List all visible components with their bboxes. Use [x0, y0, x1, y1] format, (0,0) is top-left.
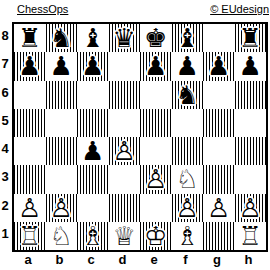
square-g7[interactable]: ♟♟ [203, 52, 235, 80]
piece-glyph: ♖ [14, 222, 46, 250]
piece-glyph: ♟ [235, 52, 267, 80]
piece-glyph: ♕ [109, 222, 141, 250]
black-king-e8[interactable]: ♚♚ [140, 24, 172, 52]
white-bishop-f1[interactable]: ♝♗ [172, 222, 204, 250]
white-rook-a1[interactable]: ♜♖ [14, 222, 46, 250]
black-bishop-c8[interactable]: ♝♝ [77, 24, 109, 52]
square-b4[interactable] [46, 137, 78, 165]
rank-label-5: 5 [0, 107, 10, 135]
piece-glyph: ♞ [46, 24, 78, 52]
piece-glyph: ♙ [235, 194, 267, 222]
square-g3[interactable] [203, 165, 235, 193]
square-h4[interactable] [235, 137, 267, 165]
square-h6[interactable] [235, 81, 267, 109]
square-d7[interactable] [109, 52, 141, 80]
white-pawn-g2[interactable]: ♟♙ [203, 194, 235, 222]
square-c2[interactable] [77, 194, 109, 222]
square-e8[interactable]: ♚♚ [140, 24, 172, 52]
square-h1[interactable]: ♜♖ [235, 222, 267, 250]
file-label-c: c [75, 252, 107, 268]
square-e1[interactable]: ♚♔ [140, 222, 172, 250]
file-label-d: d [107, 252, 139, 268]
black-pawn-a7[interactable]: ♟♟ [14, 52, 46, 80]
white-king-e1[interactable]: ♚♔ [140, 222, 172, 250]
black-knight-b8[interactable]: ♞♞ [46, 24, 78, 52]
square-g4[interactable] [203, 137, 235, 165]
rank-label-3: 3 [0, 163, 10, 191]
black-pawn-c4[interactable]: ♟♟ [77, 137, 109, 165]
square-c3[interactable] [77, 165, 109, 193]
rank-label-7: 7 [0, 50, 10, 78]
black-pawn-b7[interactable]: ♟♟ [46, 52, 78, 80]
piece-glyph: ♟ [77, 52, 109, 80]
square-c7[interactable]: ♟♟ [77, 52, 109, 80]
square-e5[interactable] [140, 109, 172, 137]
black-rook-a8[interactable]: ♜♜ [14, 24, 46, 52]
piece-glyph: ♟ [140, 52, 172, 80]
chess-board: ♜♜♞♞♝♝♛♛♚♚♝♝♜♜♟♟♟♟♟♟♟♟♟♟♟♟♟♟♞♞♟♟♟♙♟♙♞♘♟♙… [12, 22, 268, 252]
square-b5[interactable] [46, 109, 78, 137]
square-f1[interactable]: ♝♗ [172, 222, 204, 250]
copyright-label: © EUdesign [210, 3, 269, 16]
square-b6[interactable] [46, 81, 78, 109]
square-b1[interactable]: ♞♘ [46, 222, 78, 250]
rank-label-6: 6 [0, 79, 10, 107]
piece-glyph: ♝ [77, 24, 109, 52]
square-g6[interactable] [203, 81, 235, 109]
white-queen-d1[interactable]: ♛♕ [109, 222, 141, 250]
rank-label-8: 8 [0, 22, 10, 50]
piece-glyph: ♜ [14, 24, 46, 52]
piece-glyph: ♟ [203, 52, 235, 80]
square-b8[interactable]: ♞♞ [46, 24, 78, 52]
square-h2[interactable]: ♟♙ [235, 194, 267, 222]
piece-glyph: ♟ [77, 137, 109, 165]
chessops-diagram: ChessOps © EUdesign ♜♜♞♞♝♝♛♛♚♚♝♝♜♜♟♟♟♟♟♟… [0, 0, 270, 270]
square-g2[interactable]: ♟♙ [203, 194, 235, 222]
white-knight-b1[interactable]: ♞♘ [46, 222, 78, 250]
piece-glyph: ♚ [140, 24, 172, 52]
square-a7[interactable]: ♟♟ [14, 52, 46, 80]
piece-glyph: ♟ [172, 52, 204, 80]
square-h5[interactable] [235, 109, 267, 137]
file-label-f: f [170, 252, 202, 268]
square-c1[interactable]: ♝♗ [77, 222, 109, 250]
square-d4[interactable]: ♟♙ [109, 137, 141, 165]
piece-glyph: ♙ [46, 194, 78, 222]
square-f3[interactable]: ♞♘ [172, 165, 204, 193]
piece-glyph: ♙ [109, 137, 141, 165]
square-a2[interactable]: ♟♙ [14, 194, 46, 222]
square-g1[interactable] [203, 222, 235, 250]
piece-glyph: ♟ [14, 52, 46, 80]
piece-glyph: ♙ [14, 194, 46, 222]
square-f6[interactable]: ♞♞ [172, 81, 204, 109]
square-c8[interactable]: ♝♝ [77, 24, 109, 52]
black-bishop-f8[interactable]: ♝♝ [172, 24, 204, 52]
black-pawn-h7[interactable]: ♟♟ [235, 52, 267, 80]
piece-glyph: ♝ [172, 24, 204, 52]
square-d3[interactable] [109, 165, 141, 193]
square-c4[interactable]: ♟♟ [77, 137, 109, 165]
file-label-a: a [12, 252, 44, 268]
black-pawn-e7[interactable]: ♟♟ [140, 52, 172, 80]
piece-glyph: ♔ [140, 222, 172, 250]
square-a8[interactable]: ♜♜ [14, 24, 46, 52]
white-pawn-e3[interactable]: ♟♙ [140, 165, 172, 193]
piece-glyph: ♖ [235, 222, 267, 250]
square-d5[interactable] [109, 109, 141, 137]
file-label-h: h [233, 252, 265, 268]
square-h3[interactable] [235, 165, 267, 193]
white-pawn-d4[interactable]: ♟♙ [109, 137, 141, 165]
piece-glyph: ♙ [203, 194, 235, 222]
square-e3[interactable]: ♟♙ [140, 165, 172, 193]
square-h8[interactable]: ♜♜ [235, 24, 267, 52]
square-g8[interactable] [203, 24, 235, 52]
file-label-e: e [138, 252, 170, 268]
square-f4[interactable] [172, 137, 204, 165]
file-label-g: g [201, 252, 233, 268]
piece-glyph: ♞ [172, 81, 204, 109]
app-title: ChessOps [17, 3, 68, 16]
piece-glyph: ♘ [46, 222, 78, 250]
rank-label-1: 1 [0, 220, 10, 248]
square-a5[interactable] [14, 109, 46, 137]
black-knight-f6[interactable]: ♞♞ [172, 81, 204, 109]
rank-label-4: 4 [0, 135, 10, 163]
white-pawn-f2[interactable]: ♟♙ [172, 194, 204, 222]
square-f7[interactable]: ♟♟ [172, 52, 204, 80]
rank-label-2: 2 [0, 192, 10, 220]
white-bishop-c1[interactable]: ♝♗ [77, 222, 109, 250]
piece-glyph: ♜ [235, 24, 267, 52]
piece-glyph: ♛ [109, 24, 141, 52]
square-a3[interactable] [14, 165, 46, 193]
white-pawn-h2[interactable]: ♟♙ [235, 194, 267, 222]
square-d1[interactable]: ♛♕ [109, 222, 141, 250]
black-pawn-f7[interactable]: ♟♟ [172, 52, 204, 80]
piece-glyph: ♙ [172, 194, 204, 222]
square-a1[interactable]: ♜♖ [14, 222, 46, 250]
square-f2[interactable]: ♟♙ [172, 194, 204, 222]
square-c5[interactable] [77, 109, 109, 137]
piece-glyph: ♙ [140, 165, 172, 193]
black-pawn-g7[interactable]: ♟♟ [203, 52, 235, 80]
piece-glyph: ♗ [172, 222, 204, 250]
file-label-b: b [44, 252, 76, 268]
square-e7[interactable]: ♟♟ [140, 52, 172, 80]
white-pawn-b2[interactable]: ♟♙ [46, 194, 78, 222]
square-e2[interactable] [140, 194, 172, 222]
piece-glyph: ♟ [46, 52, 78, 80]
square-a4[interactable] [14, 137, 46, 165]
square-f5[interactable] [172, 109, 204, 137]
square-d2[interactable] [109, 194, 141, 222]
white-rook-h1[interactable]: ♜♖ [235, 222, 267, 250]
square-g5[interactable] [203, 109, 235, 137]
piece-glyph: ♗ [77, 222, 109, 250]
piece-glyph: ♘ [172, 165, 204, 193]
square-h7[interactable]: ♟♟ [235, 52, 267, 80]
square-c6[interactable] [77, 81, 109, 109]
square-b2[interactable]: ♟♙ [46, 194, 78, 222]
black-rook-h8[interactable]: ♜♜ [235, 24, 267, 52]
black-pawn-c7[interactable]: ♟♟ [77, 52, 109, 80]
square-b3[interactable] [46, 165, 78, 193]
square-d8[interactable]: ♛♛ [109, 24, 141, 52]
black-queen-d8[interactable]: ♛♛ [109, 24, 141, 52]
square-f8[interactable]: ♝♝ [172, 24, 204, 52]
white-pawn-a2[interactable]: ♟♙ [14, 194, 46, 222]
square-e6[interactable] [140, 81, 172, 109]
square-d6[interactable] [109, 81, 141, 109]
square-a6[interactable] [14, 81, 46, 109]
square-e4[interactable] [140, 137, 172, 165]
white-knight-f3[interactable]: ♞♘ [172, 165, 204, 193]
square-b7[interactable]: ♟♟ [46, 52, 78, 80]
